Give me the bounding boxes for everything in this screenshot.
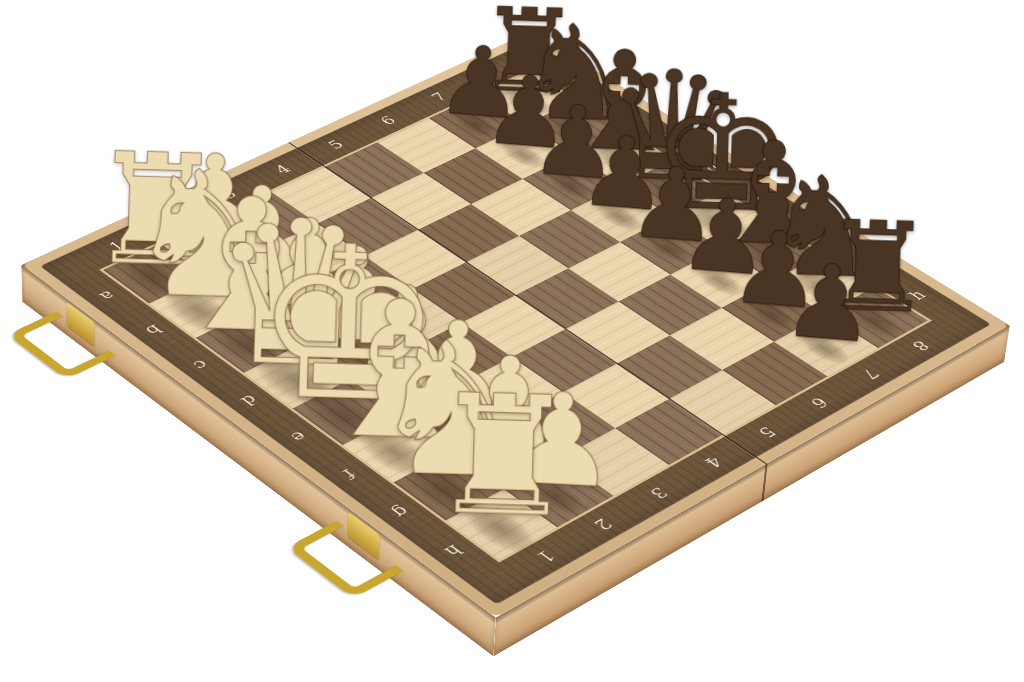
photo-tilt-wrapper: 1122334455667788aabbccddeeffgghh ♜♞♝♛♚♝♞… [0,0,1024,682]
file-label-bottom-h: h [439,541,467,560]
rank-label-right-7: 7 [857,365,884,381]
scene: 1122334455667788aabbccddeeffgghh ♜♞♝♛♚♝♞… [0,0,1024,682]
rank-label-right-6: 6 [806,394,833,411]
chess-box: 1122334455667788aabbccddeeffgghh ♜♞♝♛♚♝♞… [21,31,1009,618]
white-rook-glyph: ♜ [382,370,624,542]
rank-label-right-4: 4 [700,453,727,470]
rank-label-right-1: 1 [532,547,560,566]
rank-label-right-5: 5 [754,423,781,440]
